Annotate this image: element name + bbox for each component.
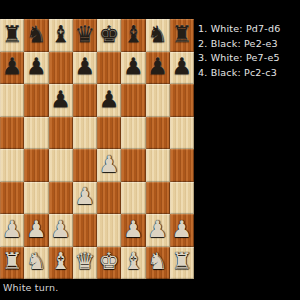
white-knight[interactable]: ♞ — [26, 250, 47, 273]
square-f5[interactable] — [121, 149, 145, 182]
move-text: Pe7-e5 — [243, 52, 280, 63]
square-h1[interactable]: ♜ — [170, 19, 194, 52]
chess-board[interactable]: ♜♞♝♛♚♝♞♜♟♟♟♟♟♟♟♟♟♟♟♟♟♟♟♟♜♞♝♛♚♝♞♜ — [0, 19, 194, 279]
square-d8[interactable]: ♛ — [73, 247, 97, 280]
black-queen[interactable]: ♛ — [75, 23, 96, 46]
black-bishop[interactable]: ♝ — [50, 23, 71, 46]
white-pawn[interactable]: ♟ — [99, 153, 120, 176]
black-pawn[interactable]: ♟ — [2, 55, 23, 78]
square-e6[interactable] — [97, 182, 121, 215]
white-pawn[interactable]: ♟ — [75, 185, 96, 208]
move-list-item: 1. White: Pd7-d6 — [198, 23, 280, 38]
square-d1[interactable]: ♛ — [73, 19, 97, 52]
square-g6[interactable] — [146, 182, 170, 215]
square-c1[interactable]: ♝ — [49, 19, 73, 52]
black-pawn[interactable]: ♟ — [123, 55, 144, 78]
square-a2[interactable]: ♟ — [0, 52, 24, 85]
square-e3[interactable]: ♟ — [97, 84, 121, 117]
square-h4[interactable] — [170, 117, 194, 150]
white-bishop[interactable]: ♝ — [123, 250, 144, 273]
white-pawn[interactable]: ♟ — [50, 218, 71, 241]
square-c7[interactable]: ♟ — [49, 214, 73, 247]
square-c3[interactable]: ♟ — [49, 84, 73, 117]
white-knight[interactable]: ♞ — [147, 250, 168, 273]
square-b5[interactable] — [24, 149, 48, 182]
square-d2[interactable]: ♟ — [73, 52, 97, 85]
move-list-item: 4. Black: Pc2-c3 — [198, 67, 280, 82]
square-f4[interactable] — [121, 117, 145, 150]
square-a3[interactable] — [0, 84, 24, 117]
white-pawn[interactable]: ♟ — [2, 218, 23, 241]
chess-app-window: ♜♞♝♛♚♝♞♜♟♟♟♟♟♟♟♟♟♟♟♟♟♟♟♟♜♞♝♛♚♝♞♜ 1. Whit… — [0, 0, 300, 300]
square-a5[interactable] — [0, 149, 24, 182]
move-side: White: — [207, 23, 242, 34]
white-king[interactable]: ♚ — [99, 250, 120, 273]
square-a4[interactable] — [0, 117, 24, 150]
square-d6[interactable]: ♟ — [73, 182, 97, 215]
square-b3[interactable] — [24, 84, 48, 117]
white-queen[interactable]: ♛ — [75, 250, 96, 273]
move-side: Black: — [207, 38, 240, 49]
square-b1[interactable]: ♞ — [24, 19, 48, 52]
black-pawn[interactable]: ♟ — [172, 55, 193, 78]
move-text: Pc2-c3 — [241, 67, 277, 78]
black-pawn[interactable]: ♟ — [75, 55, 96, 78]
square-h8[interactable]: ♜ — [170, 247, 194, 280]
square-a7[interactable]: ♟ — [0, 214, 24, 247]
square-d3[interactable] — [73, 84, 97, 117]
move-text: Pd7-d6 — [243, 23, 281, 34]
square-b7[interactable]: ♟ — [24, 214, 48, 247]
black-pawn[interactable]: ♟ — [50, 88, 71, 111]
square-g5[interactable] — [146, 149, 170, 182]
square-a1[interactable]: ♜ — [0, 19, 24, 52]
move-list-item: 2. Black: Pe2-e3 — [198, 38, 280, 53]
square-e1[interactable]: ♚ — [97, 19, 121, 52]
square-f8[interactable]: ♝ — [121, 247, 145, 280]
black-knight[interactable]: ♞ — [26, 23, 47, 46]
square-a8[interactable]: ♜ — [0, 247, 24, 280]
square-e2[interactable] — [97, 52, 121, 85]
square-g2[interactable]: ♟ — [146, 52, 170, 85]
square-b4[interactable] — [24, 117, 48, 150]
white-bishop[interactable]: ♝ — [50, 250, 71, 273]
square-a6[interactable] — [0, 182, 24, 215]
black-bishop[interactable]: ♝ — [123, 23, 144, 46]
square-d7[interactable] — [73, 214, 97, 247]
square-b6[interactable] — [24, 182, 48, 215]
square-g4[interactable] — [146, 117, 170, 150]
square-e4[interactable] — [97, 117, 121, 150]
black-pawn[interactable]: ♟ — [26, 55, 47, 78]
square-e7[interactable] — [97, 214, 121, 247]
square-d4[interactable] — [73, 117, 97, 150]
square-h2[interactable]: ♟ — [170, 52, 194, 85]
square-f1[interactable]: ♝ — [121, 19, 145, 52]
square-f2[interactable]: ♟ — [121, 52, 145, 85]
square-c4[interactable] — [49, 117, 73, 150]
black-pawn[interactable]: ♟ — [99, 88, 120, 111]
black-king[interactable]: ♚ — [99, 23, 120, 46]
white-rook[interactable]: ♜ — [172, 250, 193, 273]
square-e5[interactable]: ♟ — [97, 149, 121, 182]
square-f3[interactable] — [121, 84, 145, 117]
square-h3[interactable] — [170, 84, 194, 117]
square-c5[interactable] — [49, 149, 73, 182]
square-c8[interactable]: ♝ — [49, 247, 73, 280]
square-g8[interactable]: ♞ — [146, 247, 170, 280]
move-side: Black: — [207, 67, 240, 78]
square-b2[interactable]: ♟ — [24, 52, 48, 85]
square-f6[interactable] — [121, 182, 145, 215]
white-pawn[interactable]: ♟ — [123, 218, 144, 241]
square-d5[interactable] — [73, 149, 97, 182]
square-b8[interactable]: ♞ — [24, 247, 48, 280]
square-h7[interactable]: ♟ — [170, 214, 194, 247]
square-g7[interactable]: ♟ — [146, 214, 170, 247]
black-pawn[interactable]: ♟ — [147, 55, 168, 78]
square-g3[interactable] — [146, 84, 170, 117]
square-e8[interactable]: ♚ — [97, 247, 121, 280]
move-list-item: 3. White: Pe7-e5 — [198, 52, 280, 67]
black-knight[interactable]: ♞ — [147, 23, 168, 46]
black-rook[interactable]: ♜ — [2, 23, 23, 46]
white-pawn[interactable]: ♟ — [147, 218, 168, 241]
white-pawn[interactable]: ♟ — [172, 218, 193, 241]
status-bar: White turn. — [3, 282, 58, 293]
square-g1[interactable]: ♞ — [146, 19, 170, 52]
white-pawn[interactable]: ♟ — [26, 218, 47, 241]
black-rook[interactable]: ♜ — [172, 23, 193, 46]
square-f7[interactable]: ♟ — [121, 214, 145, 247]
move-side: White: — [207, 52, 242, 63]
white-rook[interactable]: ♜ — [2, 250, 23, 273]
square-h5[interactable] — [170, 149, 194, 182]
move-text: Pe2-e3 — [241, 38, 278, 49]
move-list: 1. White: Pd7-d62. Black: Pe2-e33. White… — [198, 23, 280, 81]
square-c6[interactable] — [49, 182, 73, 215]
square-c2[interactable] — [49, 52, 73, 85]
square-h6[interactable] — [170, 182, 194, 215]
